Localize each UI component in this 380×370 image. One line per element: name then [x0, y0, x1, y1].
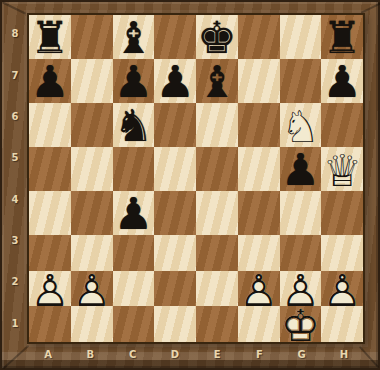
piece-black-pawn[interactable]: ♟ — [322, 60, 361, 104]
file-label-f: F — [238, 344, 280, 364]
square-d2[interactable] — [154, 271, 196, 307]
square-f7[interactable] — [238, 59, 280, 103]
square-g1[interactable]: ♚♔ — [280, 306, 322, 342]
frame-miter-top-right — [361, 2, 380, 13]
piece-black-bishop[interactable]: ♝ — [197, 60, 236, 104]
rank-labels: 87654321 — [7, 13, 23, 344]
square-d5[interactable] — [154, 147, 196, 191]
piece-black-rook[interactable]: ♜ — [30, 16, 69, 60]
square-b1[interactable] — [71, 306, 113, 342]
square-g4[interactable] — [280, 191, 322, 235]
white-pawn-outline: ♙ — [71, 273, 113, 309]
square-a8[interactable]: ♜ — [29, 15, 71, 59]
chess-board: ♜♝♚♜♟♟♟♝♟♞♞♘♟♛♕♟♟♙♟♙♟♙♟♙♟♙♚♔ — [27, 13, 365, 344]
square-e1[interactable] — [196, 306, 238, 342]
piece-white-pawn[interactable]: ♟♙ — [71, 272, 113, 308]
white-knight-outline: ♘ — [280, 105, 322, 149]
rank-label-8: 8 — [7, 13, 23, 54]
piece-white-queen[interactable]: ♛♕ — [321, 148, 363, 192]
file-label-c: C — [112, 344, 154, 364]
white-king-outline: ♔ — [280, 308, 322, 344]
piece-black-pawn[interactable]: ♟ — [155, 60, 194, 104]
piece-black-pawn[interactable]: ♟ — [281, 148, 320, 192]
square-a4[interactable] — [29, 191, 71, 235]
square-c2[interactable] — [113, 271, 155, 307]
square-c7[interactable]: ♟ — [113, 59, 155, 103]
piece-black-bishop[interactable]: ♝ — [114, 16, 153, 60]
rank-label-5: 5 — [7, 137, 23, 178]
piece-black-pawn[interactable]: ♟ — [30, 60, 69, 104]
piece-white-pawn[interactable]: ♟♙ — [238, 272, 280, 308]
square-b2[interactable]: ♟♙ — [71, 271, 113, 307]
white-pawn-outline: ♙ — [238, 273, 280, 309]
square-e5[interactable] — [196, 147, 238, 191]
square-c4[interactable]: ♟ — [113, 191, 155, 235]
square-b6[interactable] — [71, 103, 113, 147]
square-e2[interactable] — [196, 271, 238, 307]
square-b5[interactable] — [71, 147, 113, 191]
square-g7[interactable] — [280, 59, 322, 103]
rank-label-3: 3 — [7, 220, 23, 261]
square-h6[interactable] — [321, 103, 363, 147]
rank-label-1: 1 — [7, 303, 23, 344]
square-h8[interactable]: ♜ — [321, 15, 363, 59]
square-f2[interactable]: ♟♙ — [238, 271, 280, 307]
chess-board-frame: 87654321 ♜♝♚♜♟♟♟♝♟♞♞♘♟♛♕♟♟♙♟♙♟♙♟♙♟♙♚♔ AB… — [0, 0, 380, 370]
square-c6[interactable]: ♞ — [113, 103, 155, 147]
square-d8[interactable] — [154, 15, 196, 59]
rank-label-6: 6 — [7, 96, 23, 137]
rank-label-2: 2 — [7, 261, 23, 302]
square-f8[interactable] — [238, 15, 280, 59]
square-a6[interactable] — [29, 103, 71, 147]
piece-white-pawn[interactable]: ♟♙ — [321, 272, 363, 308]
square-h5[interactable]: ♛♕ — [321, 147, 363, 191]
square-h4[interactable] — [321, 191, 363, 235]
white-pawn-outline: ♙ — [29, 273, 71, 309]
piece-white-pawn[interactable]: ♟♙ — [29, 272, 71, 308]
square-d1[interactable] — [154, 306, 196, 342]
square-f1[interactable] — [238, 306, 280, 342]
square-a1[interactable] — [29, 306, 71, 342]
file-labels: ABCDEFGH — [27, 344, 365, 364]
square-d6[interactable] — [154, 103, 196, 147]
white-queen-outline: ♕ — [321, 149, 363, 193]
square-d4[interactable] — [154, 191, 196, 235]
square-e3[interactable] — [196, 235, 238, 271]
white-pawn-outline: ♙ — [321, 273, 363, 309]
square-c3[interactable] — [113, 235, 155, 271]
rank-label-4: 4 — [7, 179, 23, 220]
square-a2[interactable]: ♟♙ — [29, 271, 71, 307]
piece-black-knight[interactable]: ♞ — [114, 104, 153, 148]
file-label-d: D — [154, 344, 196, 364]
piece-black-king[interactable]: ♚ — [197, 16, 236, 60]
square-a7[interactable]: ♟ — [29, 59, 71, 103]
square-e4[interactable] — [196, 191, 238, 235]
square-e7[interactable]: ♝ — [196, 59, 238, 103]
file-label-b: B — [69, 344, 111, 364]
file-label-h: H — [323, 344, 365, 364]
square-b4[interactable] — [71, 191, 113, 235]
square-g6[interactable]: ♞♘ — [280, 103, 322, 147]
square-g5[interactable]: ♟ — [280, 147, 322, 191]
square-d3[interactable] — [154, 235, 196, 271]
square-b8[interactable] — [71, 15, 113, 59]
square-d7[interactable]: ♟ — [154, 59, 196, 103]
rank-label-7: 7 — [7, 54, 23, 95]
square-h2[interactable]: ♟♙ — [321, 271, 363, 307]
file-label-a: A — [27, 344, 69, 364]
piece-white-knight[interactable]: ♞♘ — [280, 104, 322, 148]
square-e6[interactable] — [196, 103, 238, 147]
square-f4[interactable] — [238, 191, 280, 235]
square-f6[interactable] — [238, 103, 280, 147]
square-e8[interactable]: ♚ — [196, 15, 238, 59]
file-label-g: G — [281, 344, 323, 364]
piece-black-pawn[interactable]: ♟ — [114, 192, 153, 236]
square-f5[interactable] — [238, 147, 280, 191]
piece-black-rook[interactable]: ♜ — [322, 16, 361, 60]
file-label-e: E — [196, 344, 238, 364]
square-g8[interactable] — [280, 15, 322, 59]
square-c1[interactable] — [113, 306, 155, 342]
square-b7[interactable] — [71, 59, 113, 103]
square-a5[interactable] — [29, 147, 71, 191]
piece-white-king[interactable]: ♚♔ — [280, 307, 322, 343]
square-c8[interactable]: ♝ — [113, 15, 155, 59]
square-h7[interactable]: ♟ — [321, 59, 363, 103]
square-h1[interactable] — [321, 306, 363, 342]
piece-black-pawn[interactable]: ♟ — [114, 60, 153, 104]
frame-miter-bottom-left — [3, 345, 30, 369]
square-c5[interactable] — [113, 147, 155, 191]
